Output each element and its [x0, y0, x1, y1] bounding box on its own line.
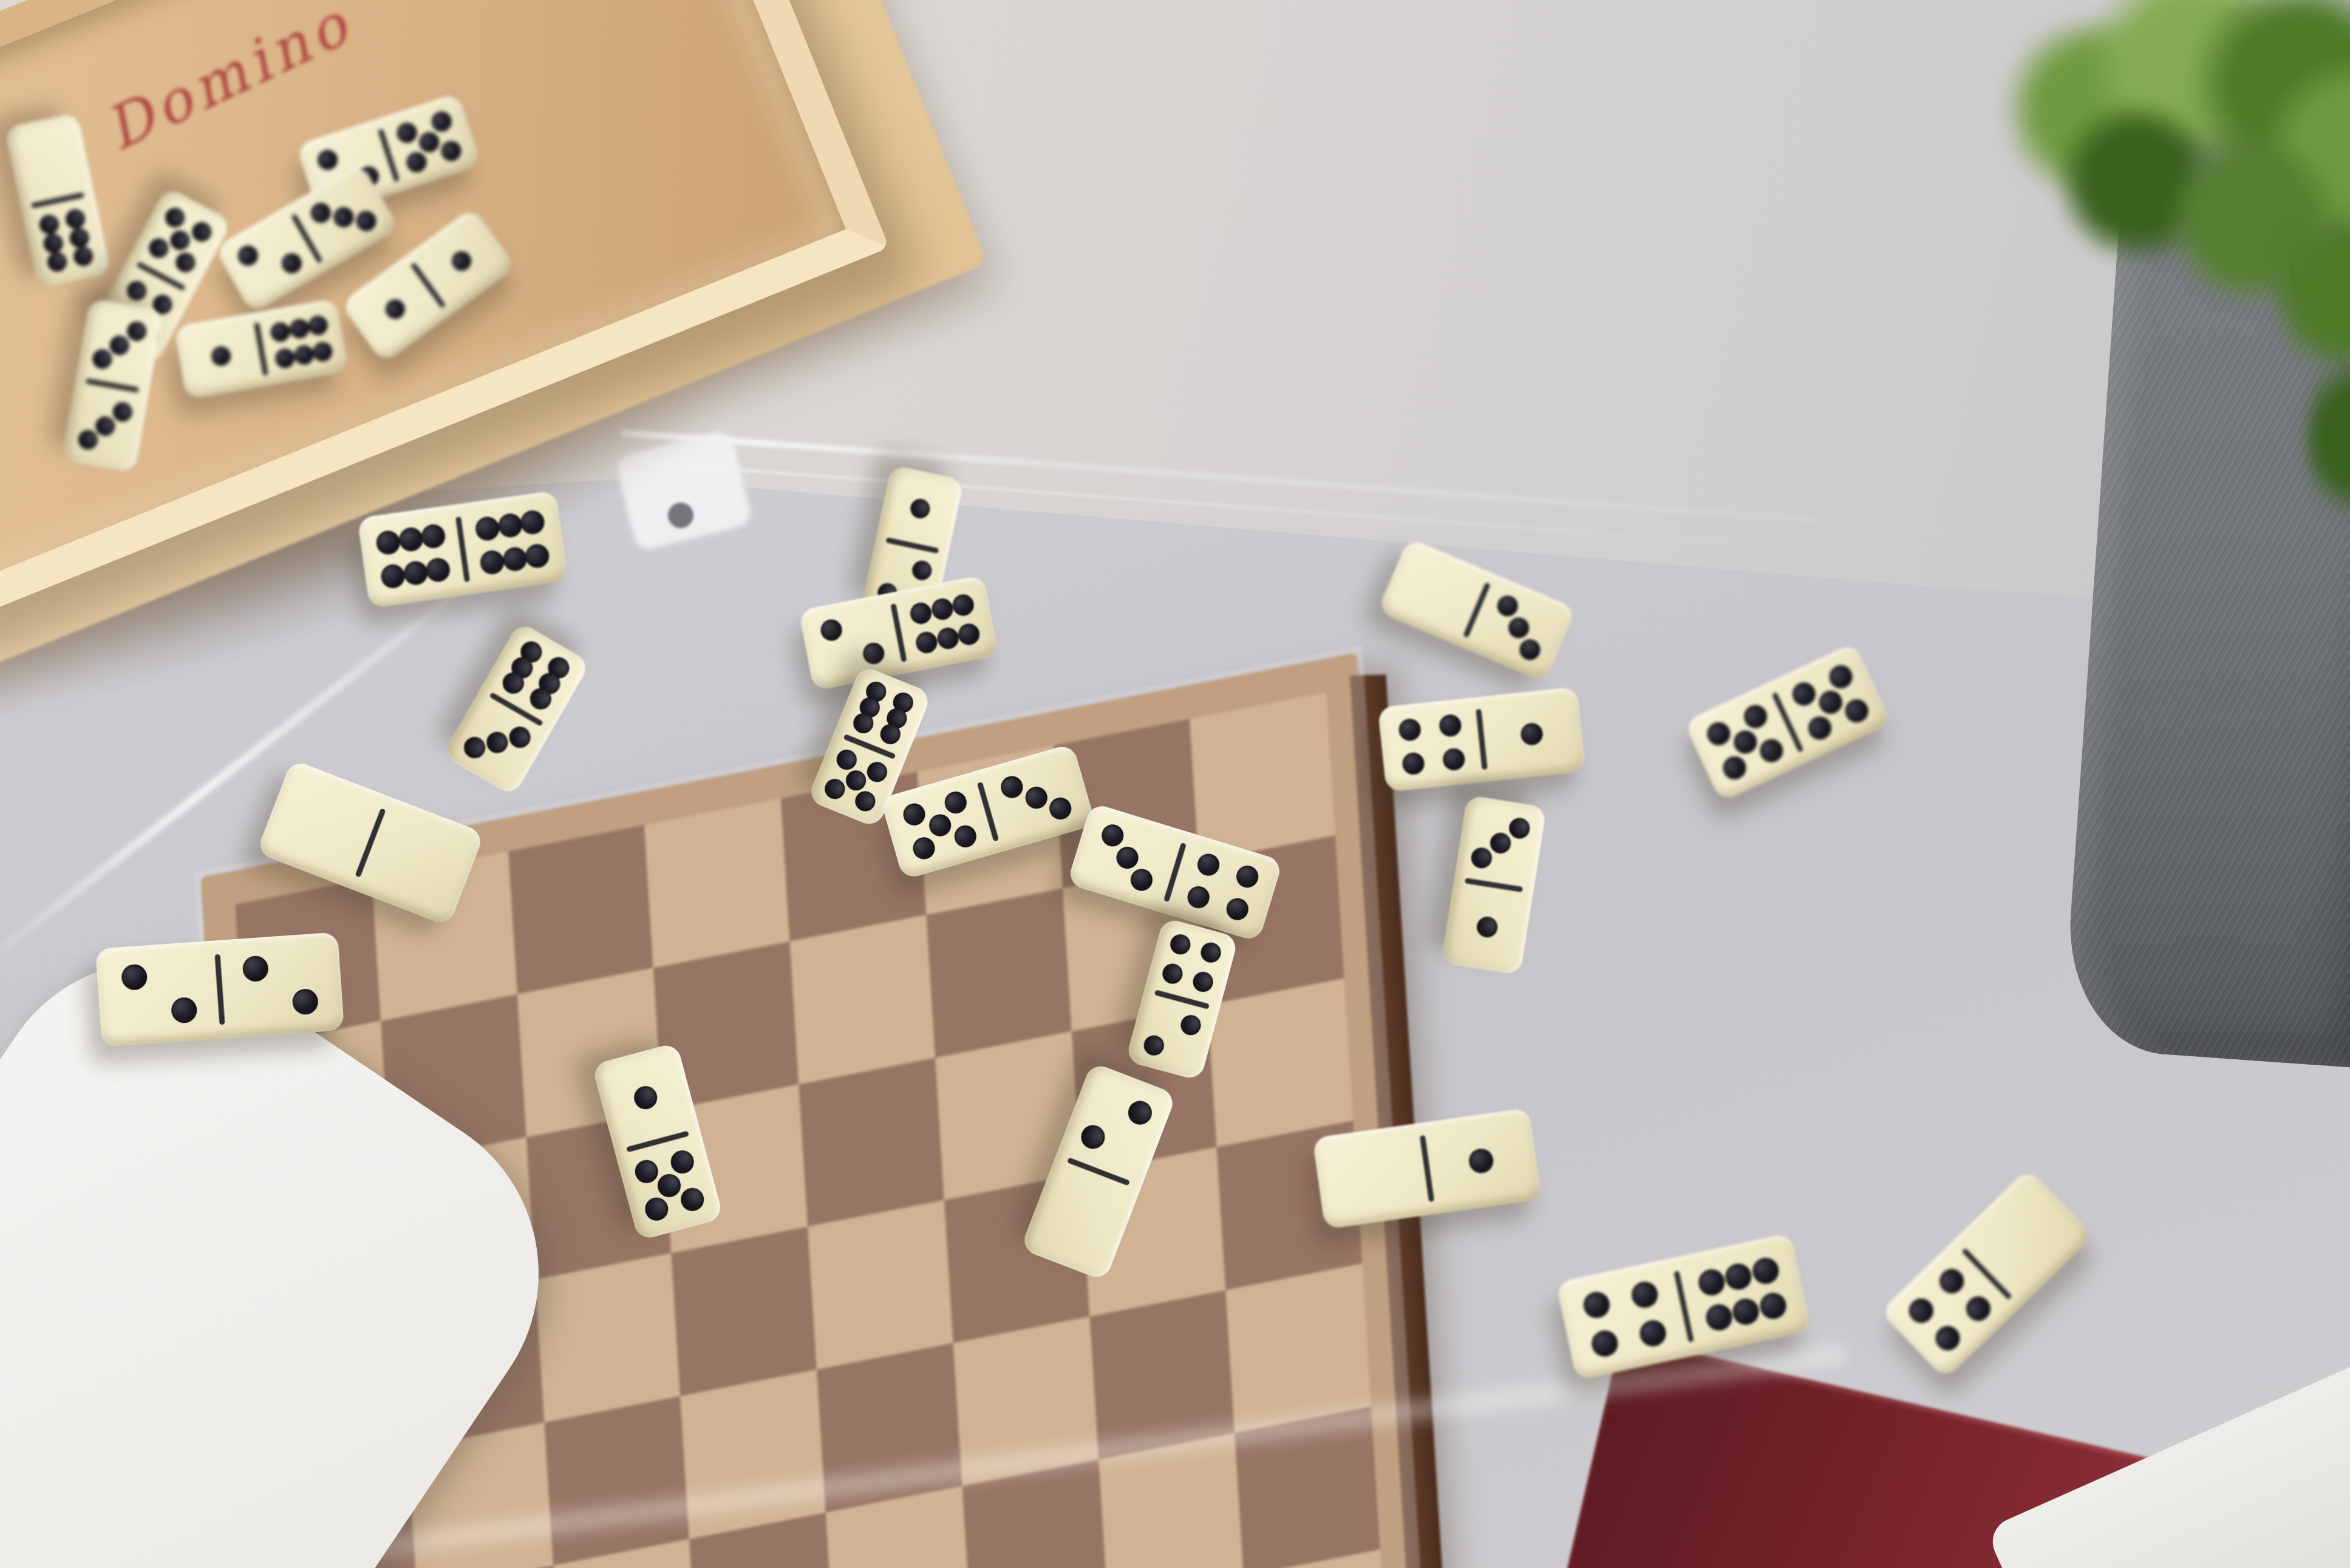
domino-pip [1185, 883, 1212, 911]
domino-pip [1815, 687, 1845, 718]
domino-pip [474, 515, 500, 542]
domino-pip [853, 788, 879, 814]
domino-pip [242, 955, 269, 982]
domino-pip [90, 348, 113, 370]
domino-pip [112, 401, 134, 423]
domino-pip [438, 138, 464, 164]
domino-pip [402, 560, 429, 586]
domino-pip [1749, 1255, 1780, 1286]
domino-pip [669, 1147, 697, 1176]
domino-pip [278, 249, 305, 277]
domino-pip [1047, 795, 1074, 822]
domino-pip [519, 509, 546, 536]
domino-pip [1756, 735, 1786, 765]
domino-pip [1696, 1266, 1727, 1297]
domino-half-a [891, 782, 988, 869]
domino-pip [425, 557, 452, 583]
domino-half-b [30, 202, 103, 280]
domino-pip [655, 1171, 684, 1200]
domino-half-b [625, 1140, 714, 1230]
domino-divider [1476, 708, 1487, 770]
domino-pip [108, 334, 131, 356]
domino-pip [330, 203, 357, 230]
domino-half-b [70, 387, 140, 464]
domino-half-b [1032, 1167, 1129, 1269]
domino-pip [352, 208, 380, 235]
domino-pip [1703, 1302, 1734, 1333]
domino-pip [942, 789, 969, 816]
domino-pip [1141, 1033, 1165, 1057]
domino-pip [1023, 784, 1050, 812]
domino-pip [68, 226, 91, 249]
domino-pip [126, 320, 148, 342]
domino-pip [482, 728, 511, 757]
domino-pip [819, 617, 844, 642]
domino-pip [172, 249, 199, 276]
domino-pip [420, 523, 447, 550]
domino-pip [497, 512, 523, 539]
domino-pip [901, 801, 928, 829]
domino-pip [1904, 1294, 1939, 1328]
domino-pip [914, 630, 939, 655]
domino-half-a [602, 1052, 690, 1142]
domino-pip [1234, 863, 1261, 891]
domino-half-a [1388, 707, 1476, 782]
domino-divider [214, 954, 225, 1025]
domino-pip [1168, 932, 1192, 957]
domino-pip [315, 147, 341, 172]
domino-pip [77, 429, 99, 451]
domino-pip [1730, 1296, 1761, 1327]
domino-pip [1507, 816, 1531, 840]
domino-pip [429, 109, 454, 134]
domino-pip [1589, 1328, 1620, 1359]
domino-half-b [387, 102, 472, 181]
domino-pip [46, 250, 69, 273]
domino-pip [833, 747, 859, 773]
domino-pip [1398, 718, 1422, 742]
domino-pip [292, 988, 319, 1016]
domino-pip [64, 208, 87, 231]
domino-pip [1401, 752, 1425, 776]
domino-pip [1494, 592, 1522, 620]
domino-pip [908, 497, 931, 520]
domino-pip [288, 317, 310, 340]
domino-pip [209, 345, 232, 367]
domino-pip [1519, 722, 1544, 747]
domino-pip [41, 232, 64, 255]
domino-pip [502, 546, 528, 572]
domino-pip [1961, 1291, 1995, 1326]
domino-pip [1720, 752, 1750, 782]
domino-pip [926, 812, 953, 839]
photo-scene: Domino [0, 0, 2350, 1568]
domino-pip [1629, 1279, 1660, 1310]
domino-pip [1160, 962, 1184, 986]
domino-half-b [263, 307, 339, 377]
domino-pip [460, 733, 489, 762]
domino-pip [417, 129, 442, 155]
domino-pip [951, 592, 976, 617]
domino-pip [375, 529, 401, 556]
domino-half-a [13, 121, 86, 200]
domino-pip [998, 774, 1026, 801]
domino-pip [1825, 662, 1856, 692]
domino-pip [861, 641, 886, 666]
domino-half-a [1153, 926, 1230, 1001]
domino-half-a [84, 307, 154, 384]
domino-pip [1114, 844, 1141, 871]
domino-pip [1224, 895, 1252, 923]
domino-divider [1420, 1135, 1434, 1202]
domino-pip [1930, 1320, 1965, 1355]
domino-pip [1179, 1013, 1203, 1037]
domino-half-a [884, 473, 956, 545]
domino-pip [1468, 1147, 1495, 1175]
domino-pip [311, 341, 333, 363]
domino-half-b [466, 501, 558, 585]
domino-pip [1723, 1261, 1754, 1292]
domino-pip [307, 199, 335, 226]
domino-pip [910, 558, 933, 582]
domino-pip [1581, 1289, 1612, 1320]
domino-pip [145, 235, 171, 261]
domino-pip [1128, 866, 1156, 894]
domino-divider [455, 517, 470, 582]
domino-pip [1439, 714, 1463, 738]
domino-half-b [1487, 696, 1576, 772]
domino-pip [524, 543, 551, 569]
domino-pip [930, 597, 955, 622]
domino-pip [908, 600, 933, 625]
domino-pip [843, 767, 869, 793]
domino-pip [864, 759, 890, 786]
domino-half-b [1449, 888, 1524, 966]
domino-pip [1505, 614, 1533, 642]
domino-pip [1476, 915, 1499, 939]
domino-pip [234, 241, 262, 268]
domino-pip [1516, 636, 1544, 664]
domino-pip [1704, 719, 1734, 749]
domino-pip [505, 723, 534, 752]
domino-pip [120, 963, 148, 991]
domino-half-a [183, 321, 259, 391]
domino-half-b [1432, 1119, 1531, 1203]
domino-pip [123, 277, 149, 304]
domino-pip [274, 347, 296, 370]
domino-half-b [1174, 843, 1272, 931]
domino-half-a [1463, 804, 1538, 883]
domino-pip [397, 526, 424, 553]
domino-pip [380, 563, 406, 589]
domino-pip [167, 227, 193, 253]
domino-pip [38, 213, 61, 236]
domino-pip [1199, 940, 1223, 965]
domino-half-b [901, 585, 989, 663]
domino-pip [956, 622, 981, 647]
domino-half-b [228, 943, 333, 1027]
domino-pip [1805, 713, 1835, 743]
domino-pip [678, 1185, 707, 1213]
domino-pip [1841, 696, 1871, 726]
domino-pip [394, 120, 420, 145]
domino-pip [822, 776, 848, 802]
domino-pip [1194, 851, 1222, 878]
domino-half-a [107, 952, 211, 1035]
domino-pip [1637, 1317, 1668, 1348]
domino-half-a [1068, 1073, 1165, 1176]
domino-pip [1470, 846, 1494, 870]
domino-pip [911, 835, 938, 862]
domino-half-a [1568, 1270, 1681, 1367]
domino-pip [381, 296, 409, 323]
domino-half-a [808, 602, 896, 680]
domino-pip [1740, 702, 1770, 732]
domino-pip [1125, 1098, 1155, 1128]
domino-pip [404, 149, 429, 175]
domino-half-b [1133, 997, 1211, 1073]
domino-pip [632, 1083, 660, 1112]
domino-pip [162, 204, 188, 230]
domino-pip [1489, 831, 1513, 855]
domino-half-a [1078, 813, 1176, 901]
domino-pip [1442, 747, 1466, 772]
domino-pip [1730, 727, 1760, 758]
domino-pip [448, 248, 475, 275]
domino-pip [935, 626, 960, 651]
domino-pip [189, 219, 215, 245]
domino-tile-2-2[interactable] [95, 932, 344, 1047]
domino-pip [94, 415, 117, 437]
domino-pip [293, 344, 315, 367]
domino-pip [952, 823, 979, 850]
domino-half-b [1686, 1245, 1798, 1342]
domino-half-b [364, 808, 472, 914]
domino-pip [642, 1195, 671, 1223]
domino-pip [479, 549, 505, 575]
domino-pip [1757, 1291, 1788, 1322]
domino-pip [1078, 1122, 1108, 1152]
domino-half-b [987, 755, 1085, 841]
domino-half-a [1323, 1134, 1422, 1218]
domino-pip [72, 245, 95, 268]
domino-pip [1935, 1264, 1969, 1298]
domino-pip [1098, 822, 1126, 849]
domino-pip [171, 997, 198, 1024]
domino-pip [307, 314, 329, 336]
domino-pip [1789, 679, 1819, 709]
domino-pip [632, 1157, 661, 1186]
domino-pip [269, 321, 291, 343]
domino-pip [1191, 970, 1215, 994]
domino-half-a [367, 514, 459, 598]
